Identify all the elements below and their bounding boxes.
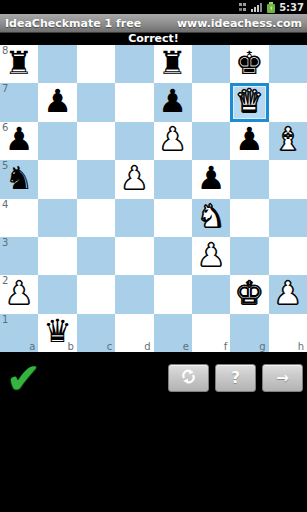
square-b3[interactable] <box>38 237 76 275</box>
square-f1[interactable]: f <box>192 314 230 352</box>
app-title: IdeaCheckmate 1 free <box>5 17 141 30</box>
square-h7[interactable] <box>269 83 307 121</box>
square-h1[interactable]: h <box>269 314 307 352</box>
file-label-c: c <box>107 341 113 352</box>
square-g5[interactable] <box>230 160 268 198</box>
square-b6[interactable] <box>38 122 76 160</box>
file-label-f: f <box>224 341 228 352</box>
file-label-g: g <box>259 341 265 352</box>
hint-button[interactable]: ? <box>215 364 256 392</box>
square-d7[interactable] <box>115 83 153 121</box>
square-b7[interactable]: ♟ <box>38 83 76 121</box>
square-e6[interactable]: ♟ <box>154 122 192 160</box>
square-c1[interactable]: c <box>77 314 115 352</box>
file-label-h: h <box>298 341 304 352</box>
square-h6[interactable]: ♝ <box>269 122 307 160</box>
file-label-b: b <box>67 341 73 352</box>
battery-icon <box>267 2 275 13</box>
square-c2[interactable] <box>77 275 115 313</box>
square-e4[interactable] <box>154 199 192 237</box>
rank-label-7: 7 <box>2 83 8 94</box>
square-g2[interactable]: ♚ <box>230 275 268 313</box>
rank-label-8: 8 <box>2 45 8 56</box>
refresh-icon <box>180 368 197 389</box>
square-d8[interactable] <box>115 45 153 83</box>
square-b1[interactable]: b♛ <box>38 314 76 352</box>
control-bar: ✔ ? → <box>0 352 307 512</box>
square-e5[interactable] <box>154 160 192 198</box>
square-h2[interactable]: ♟ <box>269 275 307 313</box>
website-label: www.ideachess.com <box>177 17 302 30</box>
square-g3[interactable] <box>230 237 268 275</box>
square-c6[interactable] <box>77 122 115 160</box>
square-b8[interactable] <box>38 45 76 83</box>
file-label-e: e <box>183 341 189 352</box>
square-e2[interactable] <box>154 275 192 313</box>
square-h5[interactable] <box>269 160 307 198</box>
next-button[interactable]: → <box>262 364 303 392</box>
piece-black-pawn: ♟ <box>235 123 264 155</box>
adb-icon <box>238 2 247 12</box>
square-d1[interactable]: d <box>115 314 153 352</box>
square-c4[interactable] <box>77 199 115 237</box>
piece-white-queen: ♛ <box>235 85 264 117</box>
square-c5[interactable] <box>77 160 115 198</box>
square-b4[interactable] <box>38 199 76 237</box>
piece-white-pawn: ♟ <box>5 277 34 309</box>
piece-white-pawn: ♟ <box>273 277 302 309</box>
square-g6[interactable]: ♟ <box>230 122 268 160</box>
square-d4[interactable] <box>115 199 153 237</box>
signal-icon <box>251 2 263 12</box>
rank-label-4: 4 <box>2 199 8 210</box>
square-f5[interactable]: ♟ <box>192 160 230 198</box>
piece-black-knight: ♞ <box>5 162 34 194</box>
square-b2[interactable] <box>38 275 76 313</box>
file-label-a: a <box>29 341 35 352</box>
square-b5[interactable] <box>38 160 76 198</box>
square-f2[interactable] <box>192 275 230 313</box>
square-a8[interactable]: 8♜ <box>0 45 38 83</box>
square-d5[interactable]: ♟ <box>115 160 153 198</box>
rank-label-6: 6 <box>2 122 8 133</box>
title-bar: IdeaCheckmate 1 free www.ideachess.com <box>0 14 307 33</box>
arrow-right-icon: → <box>276 369 289 387</box>
square-g4[interactable] <box>230 199 268 237</box>
square-c3[interactable] <box>77 237 115 275</box>
square-h4[interactable] <box>269 199 307 237</box>
piece-black-pawn: ♟ <box>43 85 72 117</box>
square-c7[interactable] <box>77 83 115 121</box>
file-label-d: d <box>144 341 150 352</box>
square-e8[interactable]: ♜ <box>154 45 192 83</box>
square-a3[interactable]: 3 <box>0 237 38 275</box>
square-h3[interactable] <box>269 237 307 275</box>
square-a1[interactable]: 1a <box>0 314 38 352</box>
rank-label-1: 1 <box>2 314 8 325</box>
piece-black-pawn: ♟ <box>5 123 34 155</box>
piece-white-pawn: ♟ <box>197 239 226 271</box>
square-e3[interactable] <box>154 237 192 275</box>
square-e7[interactable]: ♟ <box>154 83 192 121</box>
square-f4[interactable]: ♞ <box>192 199 230 237</box>
square-f8[interactable] <box>192 45 230 83</box>
question-icon: ? <box>231 369 240 387</box>
square-f7[interactable] <box>192 83 230 121</box>
square-a5[interactable]: 5♞ <box>0 160 38 198</box>
square-d6[interactable] <box>115 122 153 160</box>
square-g7[interactable]: ♛ <box>230 83 268 121</box>
square-d2[interactable] <box>115 275 153 313</box>
square-f3[interactable]: ♟ <box>192 237 230 275</box>
square-d3[interactable] <box>115 237 153 275</box>
piece-black-pawn: ♟ <box>158 85 187 117</box>
piece-white-knight: ♞ <box>197 200 226 232</box>
chess-board: 8♜♜♚7♟♟♛6♟♟♟♝5♞♟♟4♞3♟2♟♚♟1ab♛cdefgh <box>0 45 307 352</box>
square-a2[interactable]: 2♟ <box>0 275 38 313</box>
square-a6[interactable]: 6♟ <box>0 122 38 160</box>
square-f6[interactable] <box>192 122 230 160</box>
square-e1[interactable]: e <box>154 314 192 352</box>
retry-button[interactable] <box>168 364 209 392</box>
piece-white-pawn: ♟ <box>120 162 149 194</box>
status-bar: 5:37 <box>0 0 307 14</box>
piece-white-king: ♚ <box>235 277 264 309</box>
rank-label-5: 5 <box>2 160 8 171</box>
piece-black-pawn: ♟ <box>197 162 226 194</box>
square-g1[interactable]: g <box>230 314 268 352</box>
green-checkmark-icon: ✔ <box>6 354 41 403</box>
rank-label-3: 3 <box>2 237 8 248</box>
clock-time: 5:37 <box>279 2 304 13</box>
piece-white-pawn: ♟ <box>158 123 187 155</box>
square-a4[interactable]: 4 <box>0 199 38 237</box>
piece-black-king: ♚ <box>235 47 264 79</box>
piece-black-rook: ♜ <box>158 47 187 79</box>
piece-black-rook: ♜ <box>5 47 34 79</box>
app-window: 5:37 IdeaCheckmate 1 free www.ideachess.… <box>0 0 307 512</box>
square-c8[interactable] <box>77 45 115 83</box>
button-row: ? → <box>168 364 303 392</box>
square-a7[interactable]: 7 <box>0 83 38 121</box>
square-h8[interactable] <box>269 45 307 83</box>
square-g8[interactable]: ♚ <box>230 45 268 83</box>
piece-white-bishop: ♝ <box>273 123 302 155</box>
rank-label-2: 2 <box>2 275 8 286</box>
